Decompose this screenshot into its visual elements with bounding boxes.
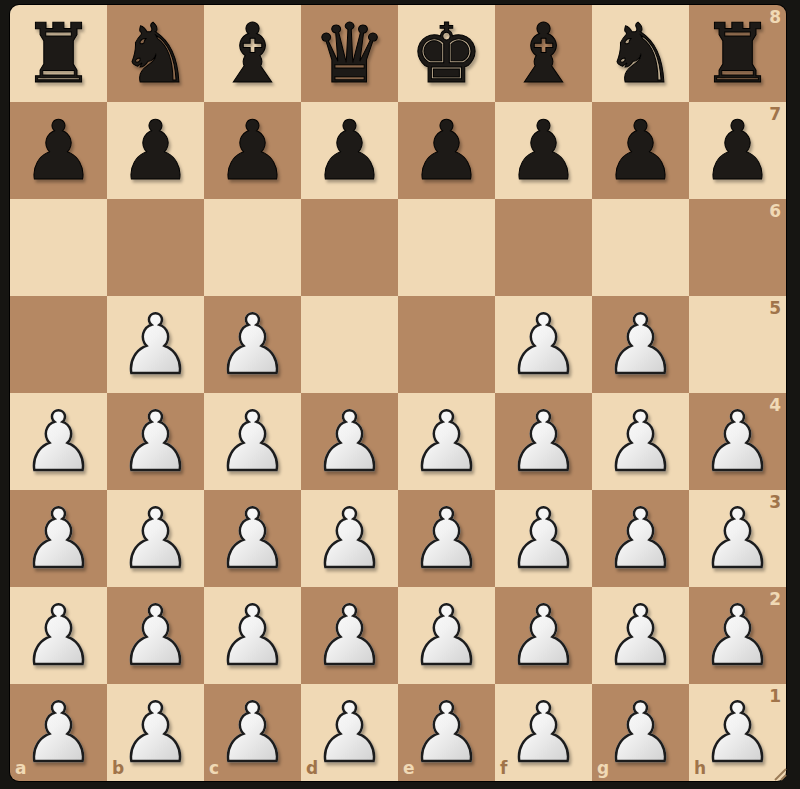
- white-pawn[interactable]: ♟: [604, 393, 678, 490]
- square-e8[interactable]: ♚: [398, 5, 495, 102]
- white-pawn[interactable]: ♟: [604, 587, 678, 684]
- square-h2[interactable]: ♟2: [689, 587, 786, 684]
- square-b7[interactable]: ♟: [107, 102, 204, 199]
- square-d7[interactable]: ♟: [301, 102, 398, 199]
- square-e7[interactable]: ♟: [398, 102, 495, 199]
- square-f1[interactable]: ♟f: [495, 684, 592, 781]
- board-frame: ♜♞♝♛♚♝♞♜8♟♟♟♟♟♟♟♟76♟♟♟♟5♟♟♟♟♟♟♟♟4♟♟♟♟♟♟♟…: [0, 0, 800, 789]
- black-pawn[interactable]: ♟: [507, 102, 581, 199]
- square-e5[interactable]: [398, 296, 495, 393]
- white-pawn[interactable]: ♟: [22, 587, 96, 684]
- black-pawn[interactable]: ♟: [216, 102, 290, 199]
- square-d6[interactable]: [301, 199, 398, 296]
- white-pawn[interactable]: ♟: [216, 490, 290, 587]
- white-pawn[interactable]: ♟: [119, 490, 193, 587]
- black-pawn[interactable]: ♟: [22, 102, 96, 199]
- square-d2[interactable]: ♟: [301, 587, 398, 684]
- black-pawn[interactable]: ♟: [119, 102, 193, 199]
- white-pawn[interactable]: ♟: [119, 684, 193, 781]
- square-c8[interactable]: ♝: [204, 5, 301, 102]
- square-a2[interactable]: ♟: [10, 587, 107, 684]
- square-c2[interactable]: ♟: [204, 587, 301, 684]
- black-pawn[interactable]: ♟: [604, 102, 678, 199]
- black-pawn[interactable]: ♟: [410, 102, 484, 199]
- square-f8[interactable]: ♝: [495, 5, 592, 102]
- white-pawn[interactable]: ♟: [604, 490, 678, 587]
- white-pawn[interactable]: ♟: [313, 684, 387, 781]
- white-pawn[interactable]: ♟: [119, 393, 193, 490]
- square-c4[interactable]: ♟: [204, 393, 301, 490]
- square-e1[interactable]: ♟e: [398, 684, 495, 781]
- white-pawn[interactable]: ♟: [216, 296, 290, 393]
- square-b6[interactable]: [107, 199, 204, 296]
- white-pawn[interactable]: ♟: [701, 684, 775, 781]
- square-h7[interactable]: ♟7: [689, 102, 786, 199]
- square-a6[interactable]: [10, 199, 107, 296]
- white-pawn[interactable]: ♟: [507, 296, 581, 393]
- black-pawn[interactable]: ♟: [313, 102, 387, 199]
- square-f6[interactable]: [495, 199, 592, 296]
- square-c3[interactable]: ♟: [204, 490, 301, 587]
- square-g3[interactable]: ♟: [592, 490, 689, 587]
- square-d3[interactable]: ♟: [301, 490, 398, 587]
- white-pawn[interactable]: ♟: [313, 587, 387, 684]
- black-pawn[interactable]: ♟: [701, 102, 775, 199]
- square-h8[interactable]: ♜8: [689, 5, 786, 102]
- white-pawn[interactable]: ♟: [410, 393, 484, 490]
- white-pawn[interactable]: ♟: [216, 587, 290, 684]
- white-pawn[interactable]: ♟: [604, 296, 678, 393]
- black-rook[interactable]: ♜: [22, 5, 96, 102]
- white-pawn[interactable]: ♟: [410, 490, 484, 587]
- square-d5[interactable]: [301, 296, 398, 393]
- square-g2[interactable]: ♟: [592, 587, 689, 684]
- square-h4[interactable]: ♟4: [689, 393, 786, 490]
- square-d1[interactable]: ♟d: [301, 684, 398, 781]
- square-e6[interactable]: [398, 199, 495, 296]
- square-f4[interactable]: ♟: [495, 393, 592, 490]
- white-pawn[interactable]: ♟: [507, 684, 581, 781]
- white-pawn[interactable]: ♟: [604, 684, 678, 781]
- square-g6[interactable]: [592, 199, 689, 296]
- square-d8[interactable]: ♛: [301, 5, 398, 102]
- black-knight[interactable]: ♞: [604, 5, 678, 102]
- square-b1[interactable]: ♟b: [107, 684, 204, 781]
- square-g5[interactable]: ♟: [592, 296, 689, 393]
- white-pawn[interactable]: ♟: [313, 490, 387, 587]
- square-f5[interactable]: ♟: [495, 296, 592, 393]
- square-f3[interactable]: ♟: [495, 490, 592, 587]
- square-b2[interactable]: ♟: [107, 587, 204, 684]
- white-pawn[interactable]: ♟: [22, 684, 96, 781]
- white-pawn[interactable]: ♟: [216, 684, 290, 781]
- square-d4[interactable]: ♟: [301, 393, 398, 490]
- square-a7[interactable]: ♟: [10, 102, 107, 199]
- square-h5[interactable]: 5: [689, 296, 786, 393]
- white-pawn[interactable]: ♟: [410, 587, 484, 684]
- black-queen[interactable]: ♛: [313, 5, 387, 102]
- square-c1[interactable]: ♟c: [204, 684, 301, 781]
- black-rook[interactable]: ♜: [701, 5, 775, 102]
- rank-label-5: 5: [769, 300, 781, 317]
- board-resize-handle[interactable]: [772, 766, 788, 782]
- square-e3[interactable]: ♟: [398, 490, 495, 587]
- square-a5[interactable]: [10, 296, 107, 393]
- square-h6[interactable]: 6: [689, 199, 786, 296]
- white-pawn[interactable]: ♟: [216, 393, 290, 490]
- square-f2[interactable]: ♟: [495, 587, 592, 684]
- white-pawn[interactable]: ♟: [507, 393, 581, 490]
- square-g7[interactable]: ♟: [592, 102, 689, 199]
- square-b8[interactable]: ♞: [107, 5, 204, 102]
- black-king[interactable]: ♚: [410, 5, 484, 102]
- square-e4[interactable]: ♟: [398, 393, 495, 490]
- square-b5[interactable]: ♟: [107, 296, 204, 393]
- square-a8[interactable]: ♜: [10, 5, 107, 102]
- white-pawn[interactable]: ♟: [701, 490, 775, 587]
- square-a3[interactable]: ♟: [10, 490, 107, 587]
- square-g4[interactable]: ♟: [592, 393, 689, 490]
- white-pawn[interactable]: ♟: [119, 587, 193, 684]
- white-pawn[interactable]: ♟: [507, 587, 581, 684]
- white-pawn[interactable]: ♟: [701, 587, 775, 684]
- white-pawn[interactable]: ♟: [22, 490, 96, 587]
- black-knight[interactable]: ♞: [119, 5, 193, 102]
- square-g8[interactable]: ♞: [592, 5, 689, 102]
- rank-label-6: 6: [769, 203, 781, 220]
- square-g1[interactable]: ♟g: [592, 684, 689, 781]
- square-b4[interactable]: ♟: [107, 393, 204, 490]
- white-pawn[interactable]: ♟: [119, 296, 193, 393]
- black-bishop[interactable]: ♝: [216, 5, 290, 102]
- black-bishop[interactable]: ♝: [507, 5, 581, 102]
- resize-icon: [772, 766, 788, 782]
- white-pawn[interactable]: ♟: [701, 393, 775, 490]
- white-pawn[interactable]: ♟: [22, 393, 96, 490]
- chess-board[interactable]: ♜♞♝♛♚♝♞♜8♟♟♟♟♟♟♟♟76♟♟♟♟5♟♟♟♟♟♟♟♟4♟♟♟♟♟♟♟…: [10, 5, 786, 781]
- square-f7[interactable]: ♟: [495, 102, 592, 199]
- white-pawn[interactable]: ♟: [410, 684, 484, 781]
- square-b3[interactable]: ♟: [107, 490, 204, 587]
- white-pawn[interactable]: ♟: [507, 490, 581, 587]
- square-e2[interactable]: ♟: [398, 587, 495, 684]
- square-c6[interactable]: [204, 199, 301, 296]
- square-a1[interactable]: ♟a: [10, 684, 107, 781]
- square-c7[interactable]: ♟: [204, 102, 301, 199]
- square-h3[interactable]: ♟3: [689, 490, 786, 587]
- square-a4[interactable]: ♟: [10, 393, 107, 490]
- white-pawn[interactable]: ♟: [313, 393, 387, 490]
- square-c5[interactable]: ♟: [204, 296, 301, 393]
